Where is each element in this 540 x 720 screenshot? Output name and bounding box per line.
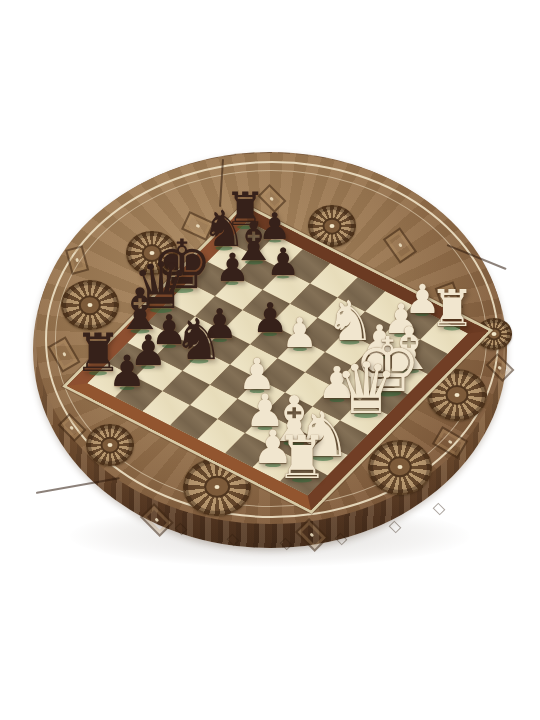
lozenge-inlay-dot [270, 196, 275, 201]
lozenge-inlay-dot [448, 440, 453, 445]
rosette-medallion-ornament [86, 424, 134, 465]
lozenge-inlay-dot [62, 352, 67, 357]
medallion-inlay-dot [455, 393, 460, 397]
lozenge-inlay-dot [75, 258, 79, 263]
medallion-inlay-dot [108, 443, 113, 447]
lozenge-inlay-dot [498, 365, 503, 370]
medallion-inlay-dot [150, 251, 155, 255]
medallion-inlay-dot [492, 332, 497, 336]
lozenge-inlay-dot [398, 242, 403, 247]
rosette-medallion-ornament [368, 440, 432, 495]
medallion-inlay-dot [330, 224, 335, 228]
medallion-inlay-dot [398, 465, 403, 469]
lozenge-inlay-dot [447, 296, 451, 301]
lozenge-inlay-dot [310, 533, 315, 538]
medallion-inlay-dot [88, 303, 93, 307]
rosette-medallion-ornament [308, 205, 356, 246]
rosette-medallion-ornament [61, 280, 119, 330]
medallion-inlay-dot [215, 485, 220, 489]
rosette-medallion-ornament [126, 231, 178, 276]
lozenge-inlay-dot [196, 224, 201, 228]
lozenge-inlay-dot [70, 425, 75, 430]
product-photo-round-chess-set: ♜♟♞♝♟♟♚♛♟♜♝♟♟♟♞♟♟♟♞♟♝♜♟♟♚♟♛♟♝♞♟♜ [0, 0, 540, 720]
rim-carving-mark [433, 503, 446, 516]
lozenge-inlay-dot [155, 518, 160, 523]
